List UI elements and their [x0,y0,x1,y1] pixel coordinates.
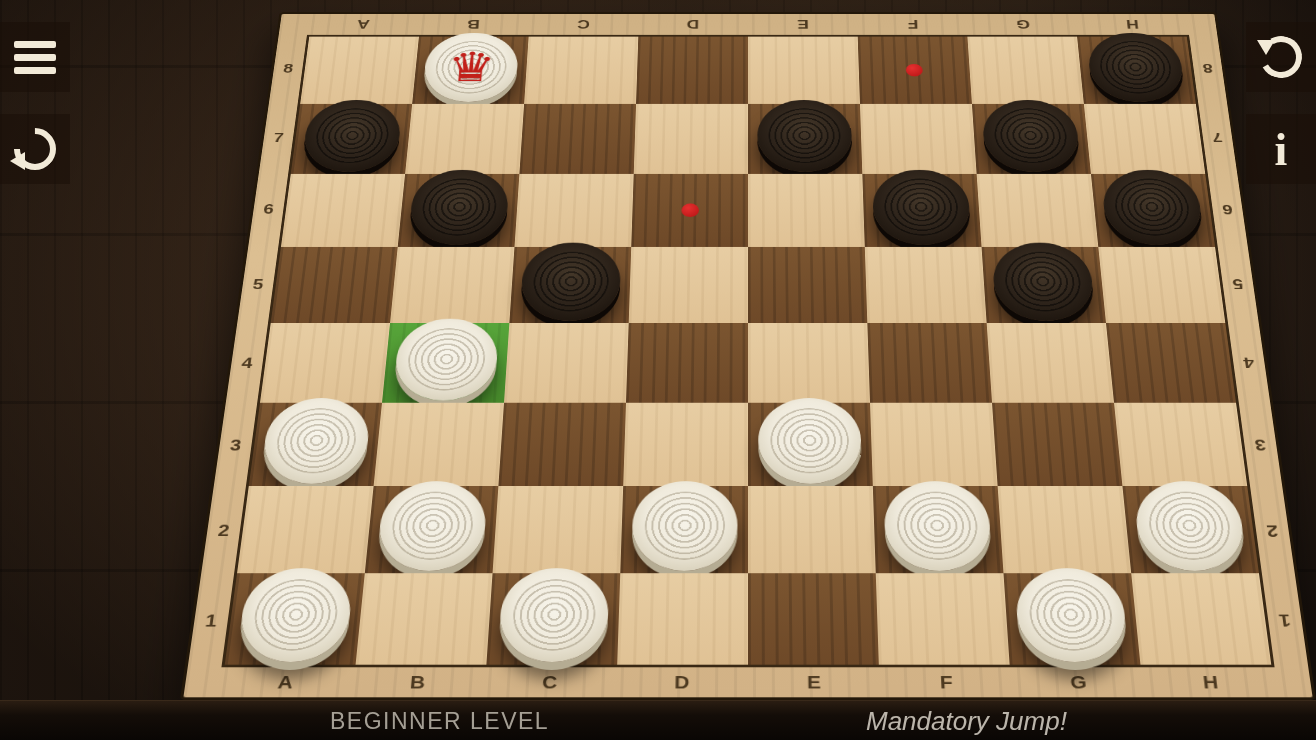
square-a6 [281,174,405,247]
undo-icon [1258,34,1304,80]
square-b7 [405,104,524,174]
coord-label-G: G [1011,667,1146,697]
info-button[interactable]: i [1246,114,1316,184]
square-e2 [748,486,876,573]
white-man-b2[interactable] [376,481,489,570]
coord-label-C: C [527,14,638,35]
square-g2 [998,486,1132,573]
square-d1 [617,573,748,664]
square-h7 [1084,104,1205,174]
square-g4 [987,323,1114,403]
menu-button[interactable] [0,22,70,92]
square-g3[interactable] [992,403,1122,486]
white-man-e3[interactable] [758,398,862,483]
coord-label-H: H [1077,14,1189,35]
square-a2 [237,486,374,573]
checkers-app-screen: { "game": "checkers", "variant_hint": "e… [0,0,1316,740]
black-man-c5[interactable] [519,242,621,320]
coord-label-D: D [615,667,748,697]
coord-label-H: H [1143,667,1279,697]
black-man-g7[interactable] [981,100,1081,172]
square-d3 [623,403,748,486]
square-f8[interactable] [858,37,972,104]
square-d4[interactable] [626,323,748,403]
square-e4 [748,323,870,403]
square-c7[interactable] [519,104,636,174]
coord-label-D: D [638,14,748,35]
square-e5[interactable] [748,247,867,323]
coord-label-F: F [880,667,1014,697]
white-man-f2[interactable] [883,481,993,570]
hamburger-icon [14,41,56,74]
square-e3[interactable] [748,403,873,486]
square-h1 [1131,573,1271,664]
coord-label-E: E [748,14,858,35]
undo-button[interactable] [1246,22,1316,92]
square-d2[interactable] [620,486,748,573]
file-labels-bottom: ABCDEFGH [217,667,1278,697]
square-b2[interactable] [365,486,499,573]
square-f5 [865,247,987,323]
square-f6[interactable] [862,174,981,247]
square-e6 [748,174,865,247]
white-man-d2[interactable] [631,481,738,570]
white-man-c1[interactable] [497,568,609,662]
square-d6[interactable] [631,174,748,247]
white-man-h2[interactable] [1132,481,1248,570]
checkers-board: ABCDEFGH ABCDEFGH 87654321 87654321 ♛ [180,12,1316,700]
square-g5[interactable] [982,247,1106,323]
black-man-a7[interactable] [301,100,404,172]
coord-label-B: B [417,14,529,35]
square-e1[interactable] [748,573,879,664]
black-man-f6[interactable] [872,169,972,244]
coord-label-C: C [483,667,617,697]
square-a5[interactable] [271,247,398,323]
coord-label-E: E [748,667,881,697]
square-c3[interactable] [498,403,626,486]
coord-label-A: A [307,14,419,35]
square-c8 [524,37,638,104]
black-man-h6[interactable] [1100,169,1205,244]
white-man-a1[interactable] [236,568,355,662]
square-h3 [1114,403,1247,486]
white-man-b4[interactable] [392,318,499,400]
square-d5 [629,247,748,323]
square-c4 [504,323,629,403]
restart-icon [12,126,58,172]
board-squares: ♛ [221,35,1274,668]
square-d7 [634,104,748,174]
square-c6 [514,174,633,247]
coord-label-G: G [967,14,1079,35]
square-b5 [390,247,514,323]
square-c2 [493,486,624,573]
coord-label-B: B [350,667,485,697]
square-c1[interactable] [486,573,620,664]
square-f3 [870,403,998,486]
square-f1 [876,573,1010,664]
jump-hint-dot [906,64,923,77]
white-man-g1[interactable] [1014,568,1129,662]
status-message: Mandatory Jump! [866,706,1067,737]
coord-label-A: A [217,667,353,697]
square-c5[interactable] [509,247,631,323]
square-d8[interactable] [636,37,748,104]
square-b6[interactable] [398,174,520,247]
white-king-b8[interactable]: ♛ [422,33,520,102]
difficulty-level-label: BEGINNER LEVEL [330,708,549,735]
king-crown-icon: ♛ [445,47,496,87]
square-e8 [748,37,860,104]
square-f4[interactable] [867,323,992,403]
info-icon: i [1275,123,1288,176]
square-h2[interactable] [1122,486,1259,573]
square-g1[interactable] [1003,573,1140,664]
square-h5 [1098,247,1225,323]
jump-hint-dot [681,203,699,217]
board-front-edge: BEGINNER LEVEL Mandatory Jump! [0,700,1316,740]
square-f2[interactable] [873,486,1004,573]
restart-button[interactable] [0,114,70,184]
square-b8[interactable]: ♛ [412,37,528,104]
square-b4[interactable] [382,323,509,403]
square-a8 [300,37,419,104]
square-e7[interactable] [748,104,862,174]
square-f7 [860,104,977,174]
board-scene: ABCDEFGH ABCDEFGH 87654321 87654321 ♛ [180,6,1310,700]
square-a7[interactable] [291,104,412,174]
black-man-h8[interactable] [1086,33,1186,102]
coord-label-F: F [858,14,969,35]
square-g6 [977,174,1099,247]
square-h8[interactable] [1077,37,1196,104]
white-man-a3[interactable] [260,398,373,483]
square-a3[interactable] [249,403,382,486]
square-a1[interactable] [225,573,365,664]
square-b1 [356,573,493,664]
square-g7[interactable] [972,104,1091,174]
square-g8 [967,37,1083,104]
square-h6[interactable] [1091,174,1215,247]
file-labels-top: ABCDEFGH [307,14,1189,35]
square-b3 [374,403,504,486]
black-man-b6[interactable] [408,169,510,244]
square-a4 [260,323,390,403]
square-h4[interactable] [1106,323,1236,403]
black-man-e7[interactable] [757,100,852,172]
black-man-g5[interactable] [991,242,1096,320]
